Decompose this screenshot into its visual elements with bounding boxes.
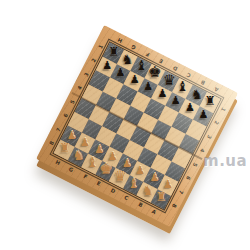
black-bishop: ♝: [135, 59, 147, 72]
white-pawn: ♟: [163, 179, 173, 190]
black-pawn: ♟: [143, 81, 153, 92]
white-rook: ♜: [156, 192, 167, 205]
black-king: ♚: [149, 65, 162, 80]
black-pawn: ♟: [198, 110, 208, 121]
product-photo: ♜♞♝♚♛♝♞♜♟♟♟♟♟♟♟♟♟♟♟♟♟♟♟♟♜♞♝♚♛♝♞♜ 11HH22G…: [0, 0, 250, 250]
white-knight: ♞: [142, 184, 154, 197]
black-pawn: ♟: [116, 67, 126, 78]
black-pawn: ♟: [157, 89, 167, 100]
black-knight: ♞: [191, 88, 203, 101]
black-rook: ♜: [108, 46, 119, 59]
white-rook: ♜: [59, 142, 70, 155]
watermark: m.ua: [203, 152, 247, 170]
black-pawn: ♟: [102, 60, 112, 71]
black-knight: ♞: [122, 52, 134, 65]
black-queen: ♛: [163, 73, 176, 88]
white-bishop: ♝: [128, 177, 140, 191]
white-pawn: ♟: [122, 158, 132, 169]
chess-board: ♜♞♝♚♛♝♞♜♟♟♟♟♟♟♟♟♟♟♟♟♟♟♟♟♜♞♝♚♛♝♞♜ 11HH22G…: [36, 25, 238, 227]
white-pawn: ♟: [80, 136, 90, 147]
black-pawn: ♟: [129, 74, 139, 85]
black-bishop: ♝: [177, 80, 189, 94]
black-rook: ♜: [205, 95, 216, 108]
white-queen: ♛: [113, 169, 126, 184]
white-knight: ♞: [73, 149, 85, 162]
black-pawn: ♟: [171, 96, 181, 107]
board-surface: ♜♞♝♚♛♝♞♜♟♟♟♟♟♟♟♟♟♟♟♟♟♟♟♟♜♞♝♚♛♝♞♜ 11HH22G…: [36, 25, 238, 227]
white-king: ♚: [99, 162, 112, 177]
white-pawn: ♟: [67, 129, 77, 140]
white-bishop: ♝: [86, 156, 98, 170]
white-pawn: ♟: [149, 172, 159, 183]
black-pawn: ♟: [185, 103, 195, 114]
